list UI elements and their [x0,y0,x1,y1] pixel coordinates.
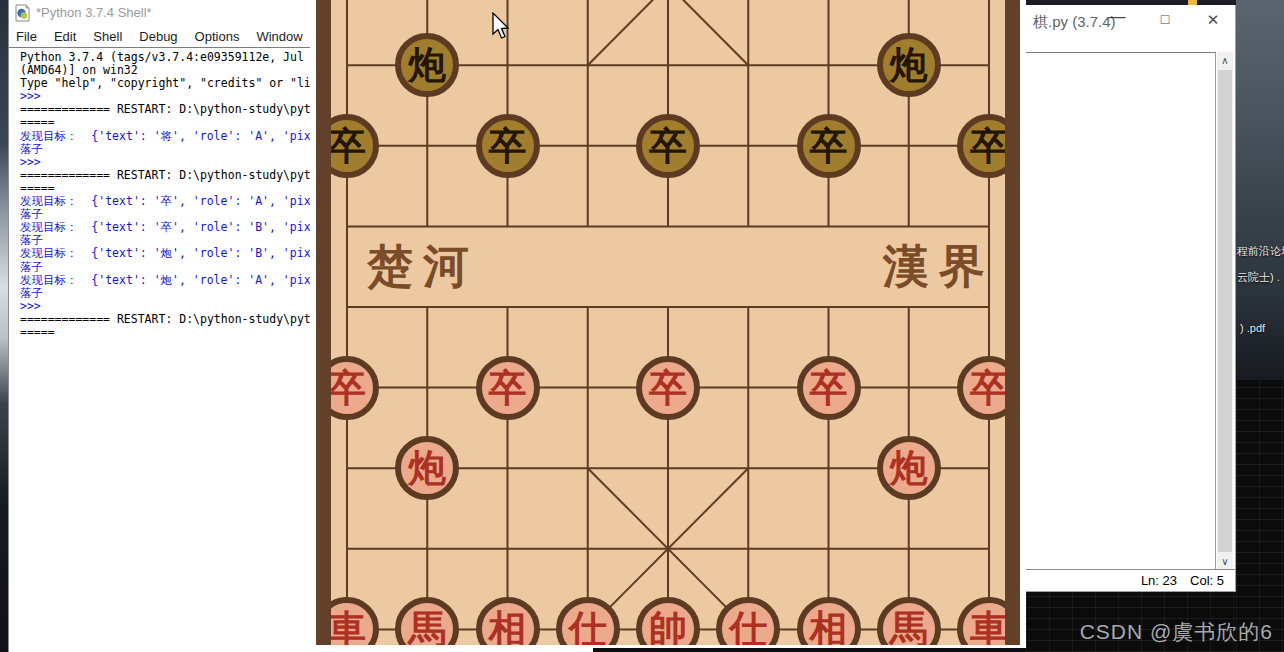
xiangqi-piece-red-卒[interactable]: 卒 [476,356,540,420]
desktop-icon-label[interactable]: 云院士) . [1237,270,1280,285]
xiangqi-piece-red-相[interactable]: 相 [797,597,861,645]
maximize-button[interactable]: □ [1154,11,1176,27]
xiangqi-piece-red-帥[interactable]: 帥 [636,597,700,645]
shell-window-title: *Python 3.7.4 Shell* [36,5,152,20]
xiangqi-piece-red-車[interactable]: 車 [331,597,379,645]
editor-scrollbar[interactable]: ∧ ∨ [1217,52,1233,570]
idle-editor-window: 棋.py (3.7.4) — □ ✕ ∧ ∨ Ln: 23 Col: 5 [1026,5,1236,592]
xiangqi-piece-red-炮[interactable]: 炮 [395,436,459,500]
desktop-strip-below-board [592,648,1026,652]
board-frame: 楚河 漢界 炮炮卒卒卒卒卒卒卒卒卒卒炮炮車馬相仕帥仕相馬車 [316,0,1020,645]
xiangqi-piece-red-卒[interactable]: 卒 [797,356,861,420]
desktop-icon-label[interactable]: ) .pdf [1240,322,1265,334]
scroll-down-arrow-icon[interactable]: ∨ [1217,553,1233,570]
menu-options[interactable]: Options [195,29,240,44]
xiangqi-piece-black-卒[interactable]: 卒 [476,114,540,178]
xiangqi-piece-black-卒[interactable]: 卒 [797,114,861,178]
menu-window[interactable]: Window [256,29,302,44]
xiangqi-piece-red-卒[interactable]: 卒 [957,356,1005,420]
minimize-button[interactable]: — [1106,7,1128,27]
xiangqi-piece-black-卒[interactable]: 卒 [331,114,379,178]
xiangqi-piece-red-卒[interactable]: 卒 [636,356,700,420]
xiangqi-piece-red-炮[interactable]: 炮 [877,436,941,500]
xiangqi-piece-red-馬[interactable]: 馬 [395,597,459,645]
xiangqi-piece-grid: 炮炮卒卒卒卒卒卒卒卒卒卒炮炮車馬相仕帥仕相馬車 [331,0,1005,645]
xiangqi-piece-black-卒[interactable]: 卒 [957,114,1005,178]
desktop-screen: 程前沿论坛 云院士) . ) .pdf CSDN @虞书欣的6 *Python … [0,0,1284,652]
xiangqi-piece-red-車[interactable]: 車 [957,597,1005,645]
xiangqi-piece-red-卒[interactable]: 卒 [331,356,379,420]
xiangqi-piece-red-仕[interactable]: 仕 [716,597,780,645]
xiangqi-board[interactable]: 楚河 漢界 炮炮卒卒卒卒卒卒卒卒卒卒炮炮車馬相仕帥仕相馬車 [331,0,1005,645]
desktop-icon-label[interactable]: 程前沿论坛 [1237,244,1284,259]
desktop-wallpaper-left-sliver [0,0,8,652]
menu-file[interactable]: File [16,29,37,44]
close-button[interactable]: ✕ [1202,11,1224,29]
status-col-number: Col: 5 [1190,573,1224,588]
desktop-wallpaper-bricks-right [1236,380,1284,652]
xiangqi-piece-black-炮[interactable]: 炮 [395,33,459,97]
status-line-number: Ln: 23 [1141,573,1177,588]
editor-status-bar: Ln: 23 Col: 5 [1026,569,1235,591]
xiangqi-piece-black-卒[interactable]: 卒 [636,114,700,178]
editor-window-title: 棋.py (3.7.4) [1033,13,1116,32]
xiangqi-piece-black-炮[interactable]: 炮 [877,33,941,97]
scrollbar-thumb[interactable] [1218,70,1232,552]
csdn-watermark: CSDN @虞书欣的6 [1080,618,1273,646]
folder-icon [1188,0,1197,5]
xiangqi-game-window: 楚河 漢界 炮炮卒卒卒卒卒卒卒卒卒卒炮炮車馬相仕帥仕相馬車 [310,0,1026,648]
menu-edit[interactable]: Edit [54,29,76,44]
mouse-cursor-icon [492,12,510,40]
menu-shell[interactable]: Shell [93,29,122,44]
xiangqi-piece-red-相[interactable]: 相 [476,597,540,645]
menu-debug[interactable]: Debug [139,29,177,44]
xiangqi-piece-red-馬[interactable]: 馬 [877,597,941,645]
editor-text-area[interactable] [1026,52,1216,570]
scroll-up-arrow-icon[interactable]: ∧ [1217,52,1233,69]
xiangqi-piece-red-仕[interactable]: 仕 [556,597,620,645]
window-sliver-behind [1026,0,1236,5]
idle-app-icon [14,4,31,22]
